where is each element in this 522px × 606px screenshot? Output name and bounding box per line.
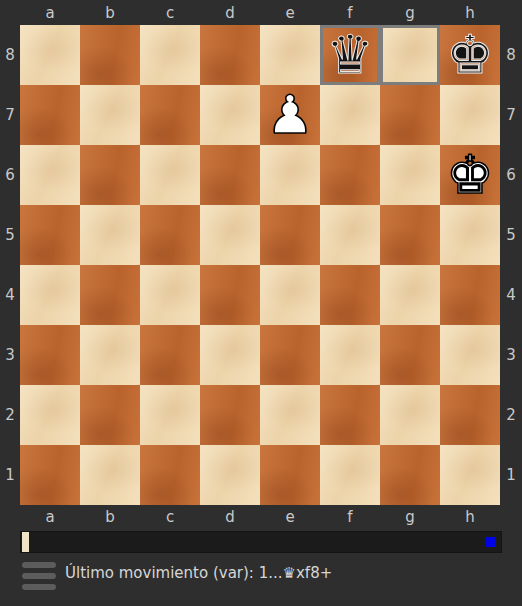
piece-white-king[interactable]: ♚ (446, 146, 494, 204)
file-label-h: h (440, 505, 500, 529)
square-c2[interactable] (140, 385, 200, 445)
square-a1[interactable] (20, 445, 80, 505)
square-f2[interactable] (320, 385, 380, 445)
rank-label-1: 1 (0, 445, 20, 505)
file-label-b: b (80, 505, 140, 529)
rank-label-4: 4 (0, 265, 20, 325)
square-d8[interactable] (200, 25, 260, 85)
square-f1[interactable] (320, 445, 380, 505)
square-b1[interactable] (80, 445, 140, 505)
square-c7[interactable] (140, 85, 200, 145)
square-a4[interactable] (20, 265, 80, 325)
square-g6[interactable] (380, 145, 440, 205)
evaluation-bar[interactable] (20, 531, 502, 553)
square-h8[interactable]: ♚ (440, 25, 500, 85)
rank-label-2: 2 (0, 385, 20, 445)
square-b4[interactable] (80, 265, 140, 325)
square-b3[interactable] (80, 325, 140, 385)
square-h1[interactable] (440, 445, 500, 505)
square-a2[interactable] (20, 385, 80, 445)
square-e2[interactable] (260, 385, 320, 445)
chess-analysis-app: abcdefgh 87654321 ♛♚♟♚ 87654321 abcdefgh… (0, 0, 522, 606)
square-a3[interactable] (20, 325, 80, 385)
rank-label-6: 6 (0, 145, 20, 205)
hamburger-icon (22, 562, 56, 568)
file-labels-bottom: abcdefgh (20, 505, 500, 529)
square-d3[interactable] (200, 325, 260, 385)
square-e7[interactable]: ♟ (260, 85, 320, 145)
square-c4[interactable] (140, 265, 200, 325)
square-c3[interactable] (140, 325, 200, 385)
file-label-d: d (200, 505, 260, 529)
file-label-g: g (380, 0, 440, 25)
file-label-g: g (380, 505, 440, 529)
file-labels-top: abcdefgh (20, 0, 500, 25)
square-e8[interactable] (260, 25, 320, 85)
square-f8[interactable]: ♛ (320, 25, 380, 85)
square-g8[interactable] (380, 25, 440, 85)
file-label-c: c (140, 505, 200, 529)
file-label-e: e (260, 505, 320, 529)
file-label-a: a (20, 505, 80, 529)
rank-label-4: 4 (500, 265, 522, 325)
square-f7[interactable] (320, 85, 380, 145)
square-c1[interactable] (140, 445, 200, 505)
square-a7[interactable] (20, 85, 80, 145)
rank-label-3: 3 (0, 325, 20, 385)
square-h2[interactable] (440, 385, 500, 445)
file-label-h: h (440, 0, 500, 25)
rank-labels-right: 87654321 (500, 25, 522, 505)
square-a5[interactable] (20, 205, 80, 265)
rank-label-5: 5 (0, 205, 20, 265)
square-f4[interactable] (320, 265, 380, 325)
square-h6[interactable]: ♚ (440, 145, 500, 205)
square-b7[interactable] (80, 85, 140, 145)
square-f6[interactable] (320, 145, 380, 205)
square-g3[interactable] (380, 325, 440, 385)
rank-label-7: 7 (0, 85, 20, 145)
square-c6[interactable] (140, 145, 200, 205)
file-label-f: f (320, 0, 380, 25)
square-e4[interactable] (260, 265, 320, 325)
square-a6[interactable] (20, 145, 80, 205)
chess-board: ♛♚♟♚ (20, 25, 500, 505)
square-c5[interactable] (140, 205, 200, 265)
square-b6[interactable] (80, 145, 140, 205)
rank-label-7: 7 (500, 85, 522, 145)
file-label-c: c (140, 0, 200, 25)
last-move-text: Último movimiento (var): 1...♛xf8+ (65, 564, 332, 582)
square-e3[interactable] (260, 325, 320, 385)
square-h5[interactable] (440, 205, 500, 265)
piece-black-king[interactable]: ♚ (446, 26, 494, 84)
square-h4[interactable] (440, 265, 500, 325)
square-d5[interactable] (200, 205, 260, 265)
square-b8[interactable] (80, 25, 140, 85)
file-label-a: a (20, 0, 80, 25)
rank-labels-left: 87654321 (0, 25, 20, 505)
square-b5[interactable] (80, 205, 140, 265)
square-h3[interactable] (440, 325, 500, 385)
square-b2[interactable] (80, 385, 140, 445)
rank-label-8: 8 (0, 25, 20, 85)
square-g1[interactable] (380, 445, 440, 505)
square-g2[interactable] (380, 385, 440, 445)
square-a8[interactable] (20, 25, 80, 85)
square-h7[interactable] (440, 85, 500, 145)
file-label-b: b (80, 0, 140, 25)
file-label-f: f (320, 505, 380, 529)
square-e5[interactable] (260, 205, 320, 265)
square-d7[interactable] (200, 85, 260, 145)
piece-black-queen[interactable]: ♛ (326, 26, 374, 84)
square-e6[interactable] (260, 145, 320, 205)
square-f5[interactable] (320, 205, 380, 265)
rank-label-3: 3 (500, 325, 522, 385)
hamburger-icon (22, 584, 56, 590)
square-f3[interactable] (320, 325, 380, 385)
square-e1[interactable] (260, 445, 320, 505)
square-g5[interactable] (380, 205, 440, 265)
rank-label-8: 8 (500, 25, 522, 85)
square-g4[interactable] (380, 265, 440, 325)
piece-white-pawn[interactable]: ♟ (266, 86, 314, 144)
file-label-d: d (200, 0, 260, 25)
square-d1[interactable] (200, 445, 260, 505)
evaluation-marker[interactable] (486, 537, 496, 547)
file-label-e: e (260, 0, 320, 25)
rank-label-2: 2 (500, 385, 522, 445)
control-bar: Último movimiento (var): 1...♛xf8+ (0, 556, 522, 606)
menu-button[interactable] (22, 562, 56, 592)
square-g7[interactable] (380, 85, 440, 145)
rank-label-1: 1 (500, 445, 522, 505)
rank-label-5: 5 (500, 205, 522, 265)
square-d4[interactable] (200, 265, 260, 325)
square-c8[interactable] (140, 25, 200, 85)
evaluation-white-segment (22, 532, 29, 552)
square-d6[interactable] (200, 145, 260, 205)
rank-label-6: 6 (500, 145, 522, 205)
hamburger-icon (22, 573, 56, 579)
square-d2[interactable] (200, 385, 260, 445)
